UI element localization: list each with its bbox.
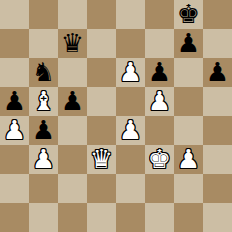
- square-c8[interactable]: [58, 0, 87, 29]
- square-b5[interactable]: ♝: [29, 87, 58, 116]
- square-g6[interactable]: [174, 58, 203, 87]
- square-d1[interactable]: [87, 203, 116, 232]
- square-f6[interactable]: ♟: [145, 58, 174, 87]
- white-pawn: ♟: [32, 145, 55, 174]
- square-d2[interactable]: [87, 174, 116, 203]
- square-d3[interactable]: ♛: [87, 145, 116, 174]
- square-b8[interactable]: [29, 0, 58, 29]
- square-c7[interactable]: ♛: [58, 29, 87, 58]
- square-g8[interactable]: ♚: [174, 0, 203, 29]
- square-d7[interactable]: [87, 29, 116, 58]
- black-pawn: ♟: [61, 87, 84, 116]
- square-h2[interactable]: [203, 174, 232, 203]
- square-b7[interactable]: [29, 29, 58, 58]
- square-h3[interactable]: [203, 145, 232, 174]
- square-d8[interactable]: [87, 0, 116, 29]
- square-d5[interactable]: [87, 87, 116, 116]
- square-b3[interactable]: ♟: [29, 145, 58, 174]
- chess-board: ♚♛♟♞♟♟♟♟♝♟♟♟♟♟♟♛♚♟: [0, 0, 232, 232]
- square-a1[interactable]: [0, 203, 29, 232]
- square-c2[interactable]: [58, 174, 87, 203]
- square-h7[interactable]: [203, 29, 232, 58]
- black-pawn: ♟: [177, 29, 200, 58]
- square-e3[interactable]: [116, 145, 145, 174]
- square-f3[interactable]: ♚: [145, 145, 174, 174]
- square-a4[interactable]: ♟: [0, 116, 29, 145]
- square-h6[interactable]: ♟: [203, 58, 232, 87]
- square-h4[interactable]: [203, 116, 232, 145]
- white-pawn: ♟: [119, 116, 142, 145]
- square-e6[interactable]: ♟: [116, 58, 145, 87]
- white-pawn: ♟: [148, 87, 171, 116]
- white-bishop: ♝: [32, 87, 55, 116]
- square-a7[interactable]: [0, 29, 29, 58]
- square-b2[interactable]: [29, 174, 58, 203]
- black-king: ♚: [177, 0, 200, 29]
- square-a5[interactable]: ♟: [0, 87, 29, 116]
- square-a2[interactable]: [0, 174, 29, 203]
- white-pawn: ♟: [3, 116, 26, 145]
- square-g2[interactable]: [174, 174, 203, 203]
- square-e2[interactable]: [116, 174, 145, 203]
- square-f2[interactable]: [145, 174, 174, 203]
- square-g5[interactable]: [174, 87, 203, 116]
- black-pawn: ♟: [148, 58, 171, 87]
- white-king: ♚: [148, 145, 171, 174]
- black-queen: ♛: [61, 29, 84, 58]
- square-b1[interactable]: [29, 203, 58, 232]
- white-pawn: ♟: [119, 58, 142, 87]
- square-g4[interactable]: [174, 116, 203, 145]
- black-pawn: ♟: [3, 87, 26, 116]
- square-a8[interactable]: [0, 0, 29, 29]
- white-pawn: ♟: [177, 145, 200, 174]
- square-g1[interactable]: [174, 203, 203, 232]
- square-g7[interactable]: ♟: [174, 29, 203, 58]
- square-g3[interactable]: ♟: [174, 145, 203, 174]
- square-f1[interactable]: [145, 203, 174, 232]
- square-e1[interactable]: [116, 203, 145, 232]
- square-f5[interactable]: ♟: [145, 87, 174, 116]
- square-e8[interactable]: [116, 0, 145, 29]
- white-queen: ♛: [90, 145, 113, 174]
- black-knight: ♞: [32, 58, 55, 87]
- square-a3[interactable]: [0, 145, 29, 174]
- square-h1[interactable]: [203, 203, 232, 232]
- square-h8[interactable]: [203, 0, 232, 29]
- black-pawn: ♟: [206, 58, 229, 87]
- square-a6[interactable]: [0, 58, 29, 87]
- square-c3[interactable]: [58, 145, 87, 174]
- square-c1[interactable]: [58, 203, 87, 232]
- square-b4[interactable]: ♟: [29, 116, 58, 145]
- square-f7[interactable]: [145, 29, 174, 58]
- square-h5[interactable]: [203, 87, 232, 116]
- square-d4[interactable]: [87, 116, 116, 145]
- square-c5[interactable]: ♟: [58, 87, 87, 116]
- square-f8[interactable]: [145, 0, 174, 29]
- square-c6[interactable]: [58, 58, 87, 87]
- square-e4[interactable]: ♟: [116, 116, 145, 145]
- square-f4[interactable]: [145, 116, 174, 145]
- black-pawn: ♟: [32, 116, 55, 145]
- square-e5[interactable]: [116, 87, 145, 116]
- square-d6[interactable]: [87, 58, 116, 87]
- square-e7[interactable]: [116, 29, 145, 58]
- square-c4[interactable]: [58, 116, 87, 145]
- square-b6[interactable]: ♞: [29, 58, 58, 87]
